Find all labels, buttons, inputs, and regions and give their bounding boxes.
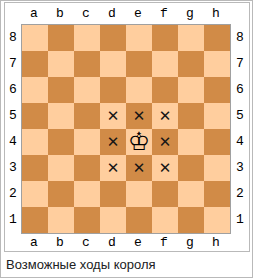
square-b2 xyxy=(48,181,74,207)
diagram-caption: Возможные ходы короля xyxy=(1,252,252,277)
file-label-f: f xyxy=(151,7,177,20)
square-f2 xyxy=(152,181,178,207)
file-labels-top: abcdefgh xyxy=(5,3,249,24)
rank-label-1: 1 xyxy=(5,207,21,233)
square-h5 xyxy=(204,103,230,129)
file-label-c: c xyxy=(73,236,99,249)
square-g8 xyxy=(178,25,204,51)
square-b8 xyxy=(48,25,74,51)
file-label-h: h xyxy=(203,7,229,20)
square-h4 xyxy=(204,129,230,155)
square-c7 xyxy=(74,51,100,77)
square-d5: ✕ xyxy=(100,103,126,129)
white-king-piece: ♔ xyxy=(128,129,150,154)
move-mark-e3: ✕ xyxy=(133,161,146,176)
file-label-e: e xyxy=(125,236,151,249)
square-d2 xyxy=(100,181,126,207)
square-g5 xyxy=(178,103,204,129)
square-h2 xyxy=(204,181,230,207)
square-d6 xyxy=(100,77,126,103)
square-g7 xyxy=(178,51,204,77)
square-c2 xyxy=(74,181,100,207)
square-c8 xyxy=(74,25,100,51)
file-label-g: g xyxy=(177,236,203,249)
square-e3: ✕ xyxy=(126,155,152,181)
square-a5 xyxy=(22,103,48,129)
square-d7 xyxy=(100,51,126,77)
file-labels-strip: abcdefgh xyxy=(21,236,229,249)
square-c5 xyxy=(74,103,100,129)
square-d8 xyxy=(100,25,126,51)
chess-diagram-frame: abcdefgh 87654321 ✕✕✕✕♔✕✕✕✕ 87654321 abc… xyxy=(4,2,250,252)
square-a3 xyxy=(22,155,48,181)
move-mark-d3: ✕ xyxy=(107,161,120,176)
square-b7 xyxy=(48,51,74,77)
square-e5: ✕ xyxy=(126,103,152,129)
square-f6 xyxy=(152,77,178,103)
move-mark-d4: ✕ xyxy=(107,135,120,150)
rank-label-2: 2 xyxy=(231,181,249,207)
rank-label-8: 8 xyxy=(231,25,249,51)
move-mark-f3: ✕ xyxy=(159,161,172,176)
square-a2 xyxy=(22,181,48,207)
square-g6 xyxy=(178,77,204,103)
file-label-d: d xyxy=(99,7,125,20)
square-h8 xyxy=(204,25,230,51)
file-label-e: e xyxy=(125,7,151,20)
square-a1 xyxy=(22,207,48,233)
square-f8 xyxy=(152,25,178,51)
square-g4 xyxy=(178,129,204,155)
square-c6 xyxy=(74,77,100,103)
rank-label-7: 7 xyxy=(231,51,249,77)
file-label-h: h xyxy=(203,236,229,249)
square-e4: ♔ xyxy=(126,129,152,155)
file-label-a: a xyxy=(21,236,47,249)
square-d4: ✕ xyxy=(100,129,126,155)
rank-label-3: 3 xyxy=(5,155,21,181)
rank-label-5: 5 xyxy=(231,103,249,129)
square-h1 xyxy=(204,207,230,233)
rank-label-7: 7 xyxy=(5,51,21,77)
move-mark-e5: ✕ xyxy=(133,109,146,124)
square-e6 xyxy=(126,77,152,103)
move-mark-f4: ✕ xyxy=(159,135,172,150)
file-label-g: g xyxy=(177,7,203,20)
file-label-c: c xyxy=(73,7,99,20)
square-c3 xyxy=(74,155,100,181)
rank-label-4: 4 xyxy=(231,129,249,155)
square-h3 xyxy=(204,155,230,181)
move-mark-f5: ✕ xyxy=(159,109,172,124)
chess-diagram-widget: abcdefgh 87654321 ✕✕✕✕♔✕✕✕✕ 87654321 abc… xyxy=(0,0,253,278)
square-e1 xyxy=(126,207,152,233)
file-label-d: d xyxy=(99,236,125,249)
board-row: 87654321 ✕✕✕✕♔✕✕✕✕ 87654321 xyxy=(5,24,249,234)
square-f4: ✕ xyxy=(152,129,178,155)
square-f1 xyxy=(152,207,178,233)
rank-label-4: 4 xyxy=(5,129,21,155)
square-a7 xyxy=(22,51,48,77)
square-h6 xyxy=(204,77,230,103)
file-labels-bottom: abcdefgh xyxy=(5,234,249,251)
rank-label-8: 8 xyxy=(5,25,21,51)
square-c4 xyxy=(74,129,100,155)
square-h7 xyxy=(204,51,230,77)
square-e7 xyxy=(126,51,152,77)
file-label-a: a xyxy=(21,7,47,20)
rank-label-5: 5 xyxy=(5,103,21,129)
chess-board: ✕✕✕✕♔✕✕✕✕ xyxy=(21,24,231,234)
rank-labels-right: 87654321 xyxy=(231,24,249,234)
square-b6 xyxy=(48,77,74,103)
rank-label-2: 2 xyxy=(5,181,21,207)
rank-label-3: 3 xyxy=(231,155,249,181)
rank-labels-left: 87654321 xyxy=(5,24,21,234)
square-f7 xyxy=(152,51,178,77)
square-e8 xyxy=(126,25,152,51)
square-g2 xyxy=(178,181,204,207)
square-b4 xyxy=(48,129,74,155)
file-labels-strip: abcdefgh xyxy=(21,7,229,20)
square-b5 xyxy=(48,103,74,129)
rank-label-6: 6 xyxy=(5,77,21,103)
square-a8 xyxy=(22,25,48,51)
file-label-b: b xyxy=(47,7,73,20)
rank-label-6: 6 xyxy=(231,77,249,103)
square-e2 xyxy=(126,181,152,207)
square-g1 xyxy=(178,207,204,233)
square-f3: ✕ xyxy=(152,155,178,181)
square-c1 xyxy=(74,207,100,233)
square-a6 xyxy=(22,77,48,103)
rank-label-1: 1 xyxy=(231,207,249,233)
square-f5: ✕ xyxy=(152,103,178,129)
file-label-b: b xyxy=(47,236,73,249)
square-a4 xyxy=(22,129,48,155)
square-d3: ✕ xyxy=(100,155,126,181)
square-b3 xyxy=(48,155,74,181)
file-label-f: f xyxy=(151,236,177,249)
square-g3 xyxy=(178,155,204,181)
move-mark-d5: ✕ xyxy=(107,109,120,124)
square-b1 xyxy=(48,207,74,233)
square-d1 xyxy=(100,207,126,233)
